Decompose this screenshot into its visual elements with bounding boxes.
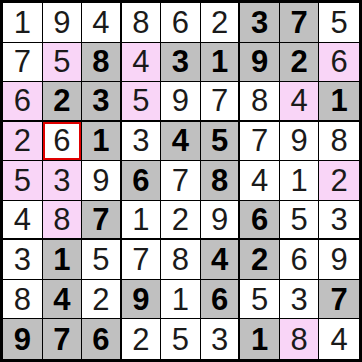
cell-r4c7[interactable]: 7	[240, 122, 280, 162]
cell-r7c9[interactable]: 9	[319, 240, 359, 280]
cell-r7c6[interactable]: 4	[201, 240, 241, 280]
cell-r8c1[interactable]: 8	[3, 280, 43, 320]
cell-r8c7[interactable]: 5	[240, 280, 280, 320]
cell-r5c3[interactable]: 9	[82, 161, 122, 201]
cell-r8c9[interactable]: 7	[319, 280, 359, 320]
cell-r2c5[interactable]: 3	[161, 43, 201, 83]
cell-r8c2[interactable]: 4	[43, 280, 83, 320]
cell-r1c7[interactable]: 3	[240, 3, 280, 43]
cell-r7c1[interactable]: 3	[3, 240, 43, 280]
cell-r4c2[interactable]: 6	[43, 122, 83, 162]
cell-r1c9[interactable]: 5	[319, 3, 359, 43]
cell-r1c2[interactable]: 9	[43, 3, 83, 43]
cell-r9c1[interactable]: 9	[3, 319, 43, 359]
cell-r4c8[interactable]: 9	[280, 122, 320, 162]
cell-r2c9[interactable]: 6	[319, 43, 359, 83]
cell-r6c2[interactable]: 8	[43, 201, 83, 241]
cell-r3c9[interactable]: 1	[319, 82, 359, 122]
cell-r3c6[interactable]: 7	[201, 82, 241, 122]
cell-r6c8[interactable]: 5	[280, 201, 320, 241]
cell-r5c2[interactable]: 3	[43, 161, 83, 201]
cell-r3c5[interactable]: 9	[161, 82, 201, 122]
cell-r1c5[interactable]: 6	[161, 3, 201, 43]
cell-r8c6[interactable]: 6	[201, 280, 241, 320]
cell-r2c6[interactable]: 1	[201, 43, 241, 83]
cell-r7c8[interactable]: 6	[280, 240, 320, 280]
cell-r4c4[interactable]: 3	[122, 122, 162, 162]
cell-r5c5[interactable]: 7	[161, 161, 201, 201]
cell-r2c4[interactable]: 4	[122, 43, 162, 83]
cell-r1c3[interactable]: 4	[82, 3, 122, 43]
cell-r5c6[interactable]: 8	[201, 161, 241, 201]
cell-r8c3[interactable]: 2	[82, 280, 122, 320]
cell-r7c2[interactable]: 1	[43, 240, 83, 280]
cell-r5c9[interactable]: 2	[319, 161, 359, 201]
cell-r9c9[interactable]: 4	[319, 319, 359, 359]
cell-r4c3[interactable]: 1	[82, 122, 122, 162]
cell-r9c2[interactable]: 7	[43, 319, 83, 359]
cell-r6c7[interactable]: 6	[240, 201, 280, 241]
cell-r2c2[interactable]: 5	[43, 43, 83, 83]
cell-r9c7[interactable]: 1	[240, 319, 280, 359]
cell-r5c7[interactable]: 4	[240, 161, 280, 201]
cell-r6c5[interactable]: 2	[161, 201, 201, 241]
cell-r3c7[interactable]: 8	[240, 82, 280, 122]
cell-r4c6[interactable]: 5	[201, 122, 241, 162]
sudoku-board: 1948623757584319266235978412613457985396…	[0, 0, 362, 362]
cell-r8c4[interactable]: 9	[122, 280, 162, 320]
cell-r7c3[interactable]: 5	[82, 240, 122, 280]
cell-r5c8[interactable]: 1	[280, 161, 320, 201]
cell-r1c8[interactable]: 7	[280, 3, 320, 43]
cell-r6c1[interactable]: 4	[3, 201, 43, 241]
cell-r7c7[interactable]: 2	[240, 240, 280, 280]
cell-r5c4[interactable]: 6	[122, 161, 162, 201]
cell-r4c9[interactable]: 8	[319, 122, 359, 162]
cell-r8c8[interactable]: 3	[280, 280, 320, 320]
cell-r3c4[interactable]: 5	[122, 82, 162, 122]
cell-r6c3[interactable]: 7	[82, 201, 122, 241]
cell-r4c5[interactable]: 4	[161, 122, 201, 162]
cell-r9c5[interactable]: 5	[161, 319, 201, 359]
cell-r8c5[interactable]: 1	[161, 280, 201, 320]
cell-r6c9[interactable]: 3	[319, 201, 359, 241]
cell-r6c6[interactable]: 9	[201, 201, 241, 241]
cell-r2c3[interactable]: 8	[82, 43, 122, 83]
cell-r1c6[interactable]: 2	[201, 3, 241, 43]
cell-r1c1[interactable]: 1	[3, 3, 43, 43]
cell-r3c1[interactable]: 6	[3, 82, 43, 122]
cell-r9c8[interactable]: 8	[280, 319, 320, 359]
cell-r5c1[interactable]: 5	[3, 161, 43, 201]
cell-r9c3[interactable]: 6	[82, 319, 122, 359]
cell-r3c8[interactable]: 4	[280, 82, 320, 122]
cell-r2c8[interactable]: 2	[280, 43, 320, 83]
cell-r3c3[interactable]: 3	[82, 82, 122, 122]
cell-r9c6[interactable]: 3	[201, 319, 241, 359]
cell-r4c1[interactable]: 2	[3, 122, 43, 162]
cell-r7c5[interactable]: 8	[161, 240, 201, 280]
cell-r2c1[interactable]: 7	[3, 43, 43, 83]
cell-r9c4[interactable]: 2	[122, 319, 162, 359]
cell-r2c7[interactable]: 9	[240, 43, 280, 83]
cell-r3c2[interactable]: 2	[43, 82, 83, 122]
cell-r6c4[interactable]: 1	[122, 201, 162, 241]
cell-r7c4[interactable]: 7	[122, 240, 162, 280]
cell-r1c4[interactable]: 8	[122, 3, 162, 43]
